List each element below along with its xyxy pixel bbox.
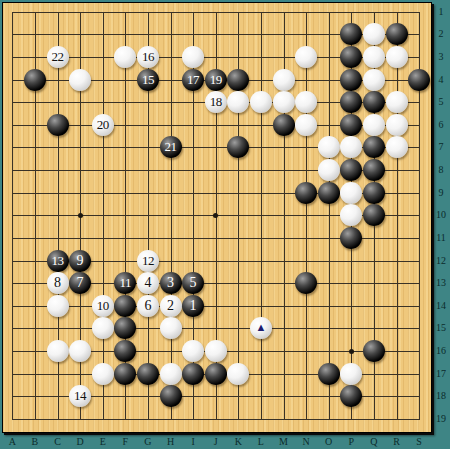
black-stone[interactable] bbox=[47, 250, 69, 272]
black-stone[interactable] bbox=[114, 340, 136, 362]
black-stone[interactable] bbox=[24, 69, 46, 91]
black-stone[interactable] bbox=[114, 363, 136, 385]
column-label: I bbox=[187, 436, 199, 447]
grid-line-horizontal bbox=[12, 306, 420, 307]
column-label: C bbox=[52, 436, 64, 447]
white-stone[interactable] bbox=[47, 340, 69, 362]
black-stone[interactable] bbox=[160, 272, 182, 294]
white-stone[interactable] bbox=[160, 363, 182, 385]
column-label: S bbox=[413, 436, 425, 447]
column-label: E bbox=[97, 436, 109, 447]
row-label: 9 bbox=[434, 187, 448, 198]
column-label: B bbox=[29, 436, 41, 447]
black-stone[interactable] bbox=[340, 91, 362, 113]
black-stone[interactable] bbox=[340, 227, 362, 249]
black-stone[interactable] bbox=[205, 363, 227, 385]
white-stone[interactable] bbox=[137, 272, 159, 294]
white-stone[interactable] bbox=[205, 340, 227, 362]
white-stone[interactable] bbox=[160, 295, 182, 317]
black-stone[interactable] bbox=[227, 69, 249, 91]
row-label: 10 bbox=[434, 209, 448, 220]
white-stone[interactable] bbox=[137, 295, 159, 317]
white-stone[interactable] bbox=[227, 91, 249, 113]
white-stone[interactable] bbox=[92, 363, 114, 385]
row-label: 17 bbox=[434, 368, 448, 379]
white-stone[interactable] bbox=[137, 250, 159, 272]
grid-line-vertical bbox=[306, 12, 307, 420]
black-stone[interactable] bbox=[340, 69, 362, 91]
white-stone[interactable] bbox=[340, 204, 362, 226]
black-stone[interactable] bbox=[295, 182, 317, 204]
row-label: 13 bbox=[434, 277, 448, 288]
black-stone[interactable] bbox=[273, 114, 295, 136]
column-label: Q bbox=[368, 436, 380, 447]
black-stone[interactable] bbox=[69, 272, 91, 294]
black-stone[interactable] bbox=[318, 182, 340, 204]
black-stone[interactable] bbox=[340, 159, 362, 181]
white-stone[interactable] bbox=[386, 114, 408, 136]
row-label: 16 bbox=[434, 345, 448, 356]
column-label: J bbox=[210, 436, 222, 447]
white-stone[interactable] bbox=[69, 385, 91, 407]
white-stone[interactable] bbox=[92, 114, 114, 136]
column-label: G bbox=[142, 436, 154, 447]
row-label: 15 bbox=[434, 322, 448, 333]
column-label: H bbox=[165, 436, 177, 447]
column-label: P bbox=[345, 436, 357, 447]
black-stone[interactable] bbox=[137, 69, 159, 91]
grid-line-horizontal bbox=[12, 328, 420, 329]
white-stone[interactable] bbox=[114, 46, 136, 68]
white-stone[interactable] bbox=[318, 159, 340, 181]
white-stone[interactable] bbox=[92, 317, 114, 339]
white-stone[interactable] bbox=[182, 340, 204, 362]
black-stone[interactable] bbox=[340, 114, 362, 136]
column-label: M bbox=[278, 436, 290, 447]
white-stone[interactable] bbox=[250, 91, 272, 113]
white-stone[interactable] bbox=[340, 363, 362, 385]
go-board[interactable]: 12345678910111213141516171819202122▲ bbox=[2, 2, 432, 433]
black-stone[interactable] bbox=[340, 23, 362, 45]
row-label: 7 bbox=[434, 141, 448, 152]
row-label: 4 bbox=[434, 74, 448, 85]
black-stone[interactable] bbox=[114, 317, 136, 339]
star-point bbox=[78, 213, 83, 218]
grid-line-vertical bbox=[397, 12, 398, 420]
white-stone[interactable] bbox=[363, 69, 385, 91]
row-label: 11 bbox=[434, 232, 448, 243]
black-stone[interactable] bbox=[318, 363, 340, 385]
row-label: 5 bbox=[434, 96, 448, 107]
row-label: 19 bbox=[434, 413, 448, 424]
grid-line-vertical bbox=[261, 12, 262, 420]
black-stone[interactable] bbox=[227, 136, 249, 158]
black-stone[interactable] bbox=[363, 204, 385, 226]
grid-line-horizontal bbox=[12, 419, 420, 420]
black-stone[interactable] bbox=[340, 46, 362, 68]
row-label: 12 bbox=[434, 255, 448, 266]
black-stone[interactable] bbox=[182, 295, 204, 317]
black-stone[interactable] bbox=[114, 295, 136, 317]
black-stone[interactable] bbox=[363, 340, 385, 362]
white-stone[interactable] bbox=[250, 317, 272, 339]
column-label: O bbox=[323, 436, 335, 447]
white-stone[interactable] bbox=[363, 46, 385, 68]
black-stone[interactable] bbox=[160, 136, 182, 158]
white-stone[interactable] bbox=[227, 363, 249, 385]
white-stone[interactable] bbox=[340, 182, 362, 204]
white-stone[interactable] bbox=[386, 46, 408, 68]
black-stone[interactable] bbox=[386, 23, 408, 45]
white-stone[interactable] bbox=[69, 69, 91, 91]
white-stone[interactable] bbox=[295, 91, 317, 113]
white-stone[interactable] bbox=[363, 114, 385, 136]
white-stone[interactable] bbox=[295, 46, 317, 68]
white-stone[interactable] bbox=[318, 136, 340, 158]
white-stone[interactable] bbox=[205, 91, 227, 113]
black-stone[interactable] bbox=[363, 91, 385, 113]
black-stone[interactable] bbox=[160, 385, 182, 407]
black-stone[interactable] bbox=[69, 250, 91, 272]
black-stone[interactable] bbox=[114, 272, 136, 294]
go-app-viewport: 12345678910111213141516171819202122▲ ABC… bbox=[0, 0, 450, 449]
column-label: R bbox=[391, 436, 403, 447]
white-stone[interactable] bbox=[47, 46, 69, 68]
black-stone[interactable] bbox=[205, 69, 227, 91]
row-label: 1 bbox=[434, 6, 448, 17]
row-label: 3 bbox=[434, 51, 448, 62]
black-stone[interactable] bbox=[363, 159, 385, 181]
black-stone[interactable] bbox=[363, 182, 385, 204]
white-stone[interactable] bbox=[386, 91, 408, 113]
column-label: K bbox=[232, 436, 244, 447]
white-stone[interactable] bbox=[47, 295, 69, 317]
black-stone[interactable] bbox=[340, 385, 362, 407]
star-point bbox=[213, 213, 218, 218]
white-stone[interactable] bbox=[386, 136, 408, 158]
white-stone[interactable] bbox=[273, 91, 295, 113]
row-label: 18 bbox=[434, 390, 448, 401]
row-label: 8 bbox=[434, 164, 448, 175]
black-stone[interactable] bbox=[47, 114, 69, 136]
white-stone[interactable] bbox=[273, 69, 295, 91]
black-stone[interactable] bbox=[182, 363, 204, 385]
white-stone[interactable] bbox=[160, 317, 182, 339]
grid-line-vertical bbox=[329, 12, 330, 420]
black-stone[interactable] bbox=[137, 363, 159, 385]
white-stone[interactable] bbox=[340, 136, 362, 158]
white-stone[interactable] bbox=[47, 272, 69, 294]
white-stone[interactable] bbox=[92, 295, 114, 317]
black-stone[interactable] bbox=[408, 69, 430, 91]
white-stone[interactable] bbox=[69, 340, 91, 362]
black-stone[interactable] bbox=[363, 136, 385, 158]
black-stone[interactable] bbox=[182, 272, 204, 294]
column-label: A bbox=[6, 436, 18, 447]
star-point bbox=[349, 349, 354, 354]
column-label: D bbox=[74, 436, 86, 447]
white-stone[interactable] bbox=[182, 46, 204, 68]
black-stone[interactable] bbox=[182, 69, 204, 91]
row-label: 6 bbox=[434, 119, 448, 130]
column-label: L bbox=[255, 436, 267, 447]
column-label: F bbox=[119, 436, 131, 447]
white-stone[interactable] bbox=[137, 46, 159, 68]
row-label: 2 bbox=[434, 28, 448, 39]
row-label: 14 bbox=[434, 300, 448, 311]
column-label: N bbox=[300, 436, 312, 447]
black-stone[interactable] bbox=[295, 272, 317, 294]
white-stone[interactable] bbox=[295, 114, 317, 136]
white-stone[interactable] bbox=[363, 23, 385, 45]
